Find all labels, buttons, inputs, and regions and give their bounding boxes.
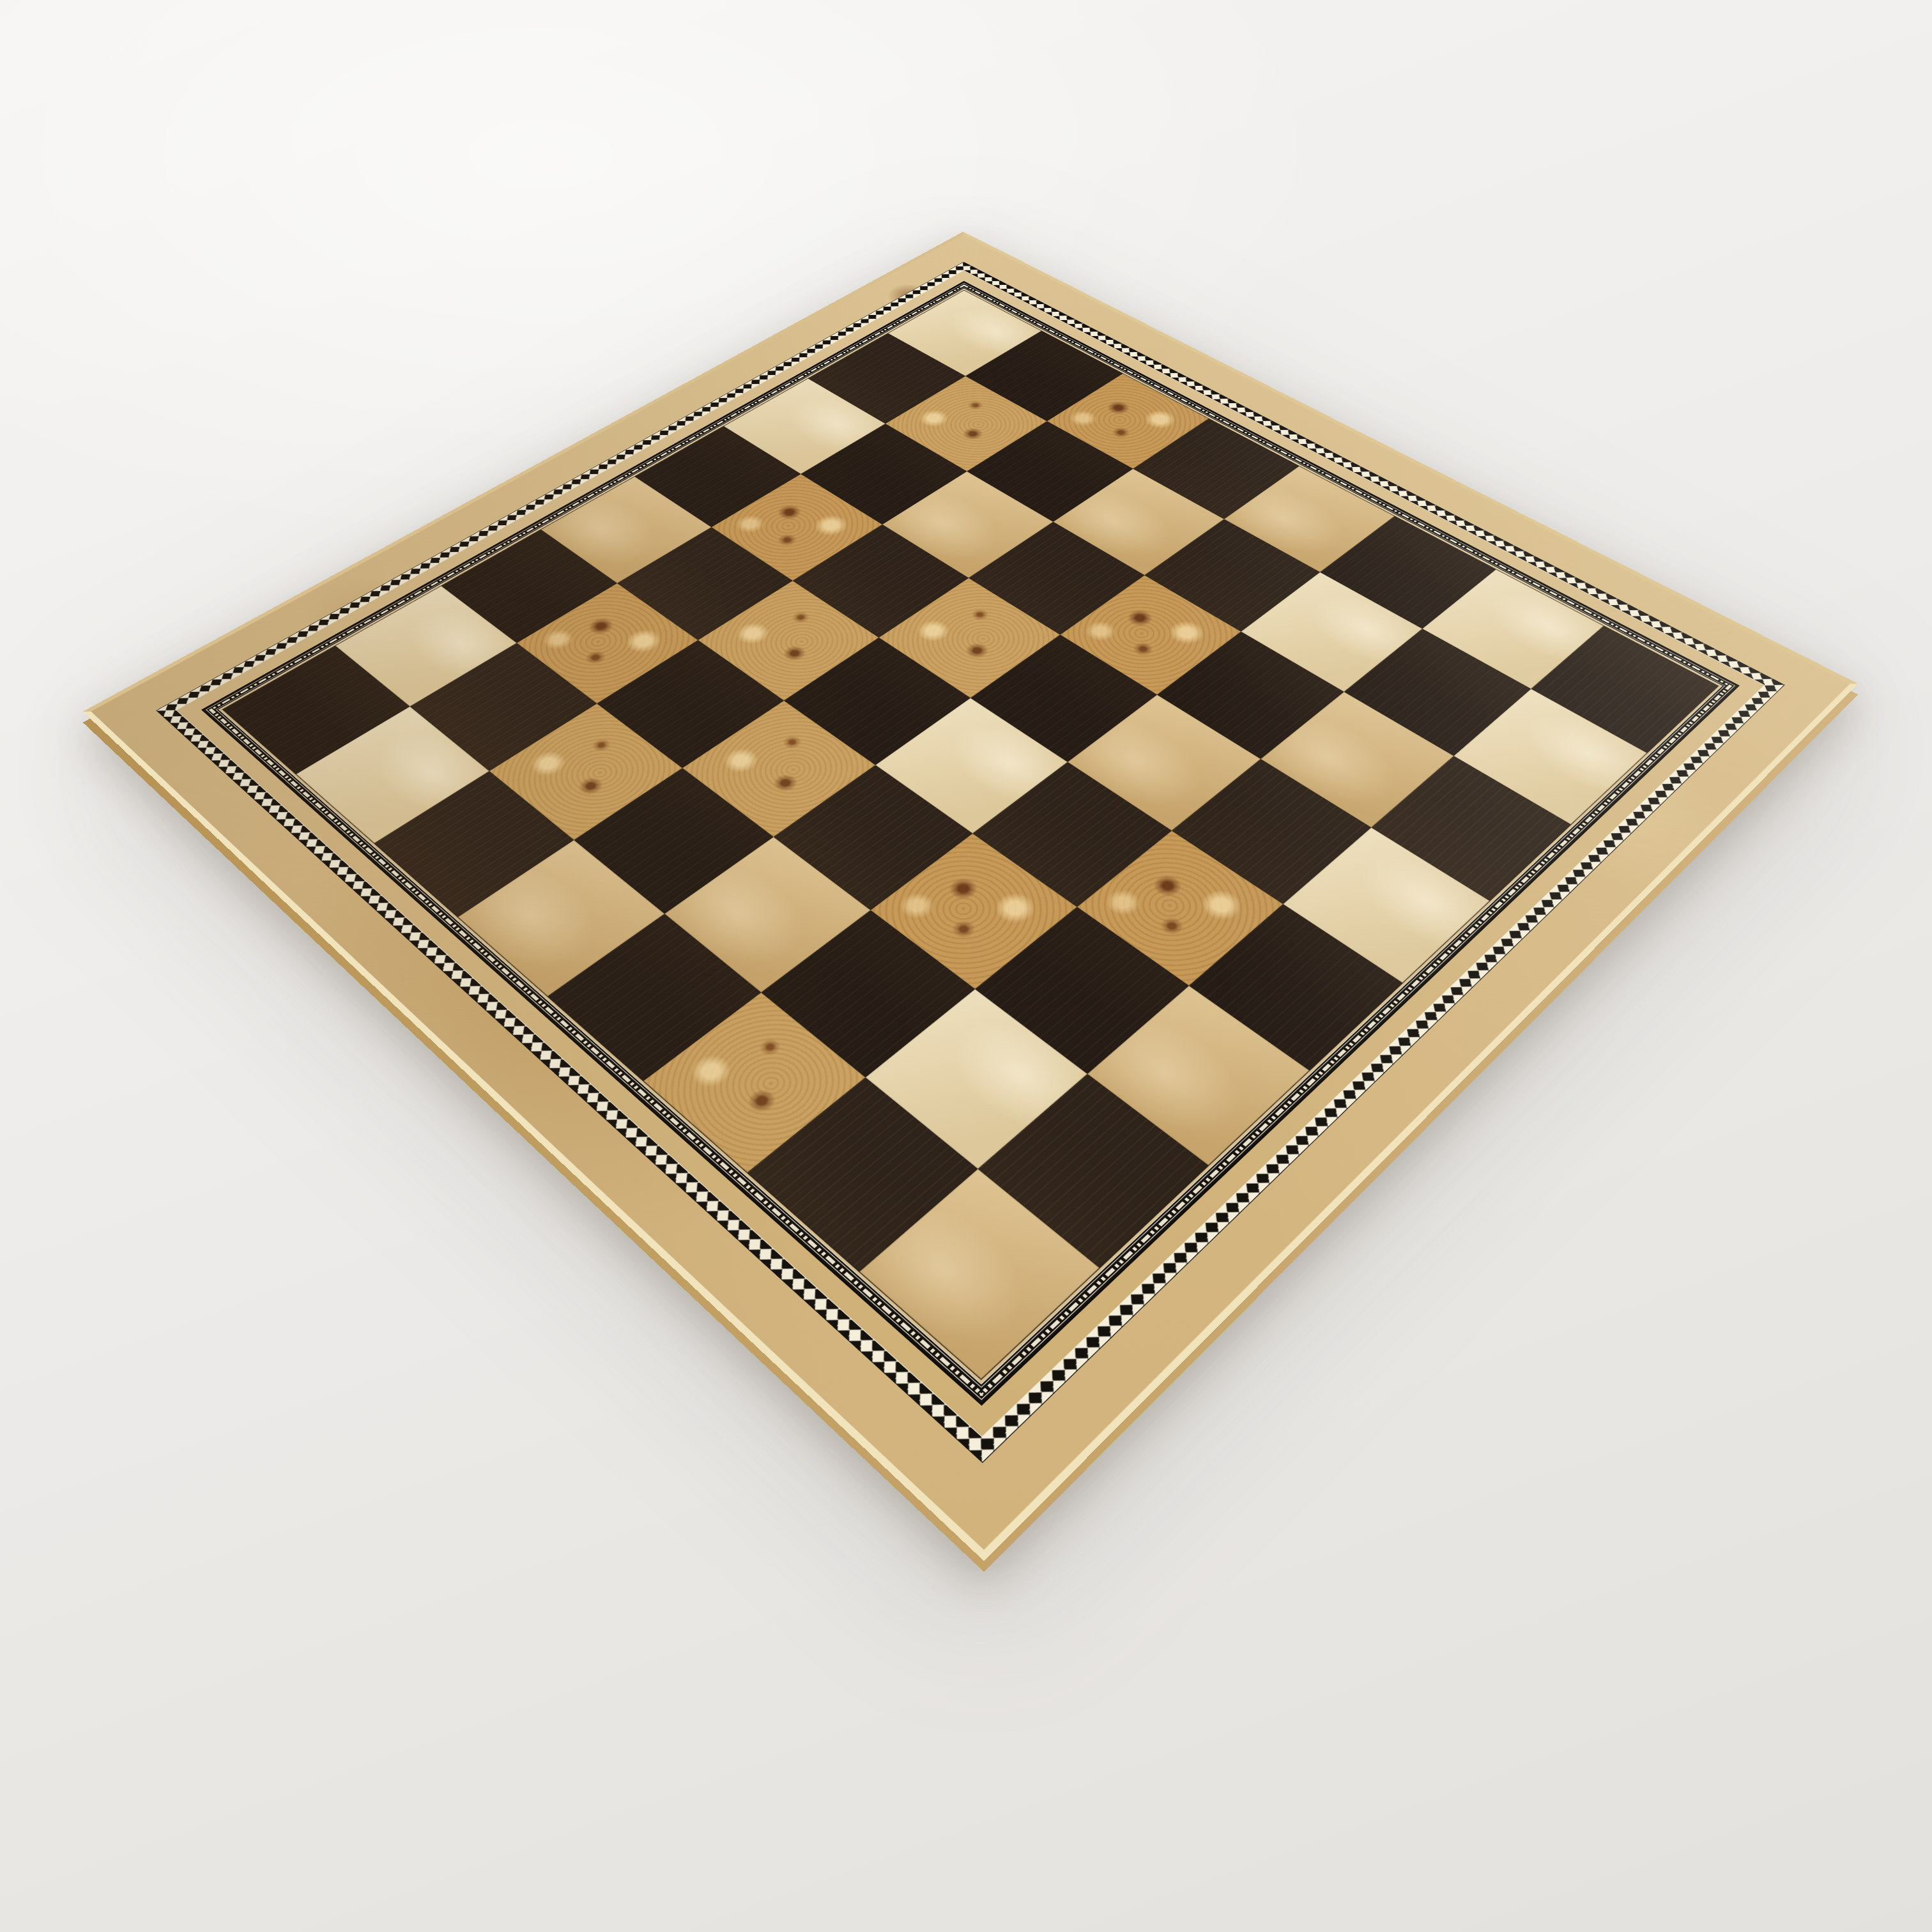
- board-field: [223, 290, 1718, 1379]
- chess-board: [83, 232, 1859, 1561]
- board-shadow-wrapper: [0, 0, 1932, 1932]
